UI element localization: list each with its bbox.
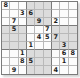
cell-r3c8[interactable]	[60, 18, 68, 26]
cell-r8c1[interactable]	[2, 58, 10, 66]
cell-r6c1[interactable]	[2, 42, 10, 50]
cell-r5c7[interactable]: 7	[52, 34, 60, 42]
cell-r3c7[interactable]: 2	[52, 18, 60, 26]
cell-r9c7[interactable]: 4	[52, 66, 60, 74]
cell-r4c3[interactable]	[19, 26, 27, 34]
cell-r2c5[interactable]	[35, 10, 43, 18]
cell-r3c3[interactable]	[19, 18, 27, 26]
cell-r3c1[interactable]	[2, 18, 10, 26]
cell-r6c2[interactable]	[10, 42, 18, 50]
cell-r4c7[interactable]	[52, 26, 60, 34]
cell-r2c9[interactable]	[69, 10, 77, 18]
cell-r9c9[interactable]	[69, 66, 77, 74]
cell-r2c3[interactable]: 3	[19, 10, 27, 18]
cell-r3c2[interactable]: 7	[10, 18, 18, 26]
cell-r7c5[interactable]	[35, 50, 43, 58]
cell-r5c4[interactable]	[27, 34, 35, 42]
cell-r9c5[interactable]	[35, 66, 43, 74]
cell-r2c2[interactable]	[10, 10, 18, 18]
cell-r2c8[interactable]	[60, 10, 68, 18]
cell-r7c9[interactable]: 8	[69, 50, 77, 58]
cell-r4c2[interactable]: 5	[10, 26, 18, 34]
cell-r6c6[interactable]	[44, 42, 52, 50]
cell-r2c7[interactable]	[52, 10, 60, 18]
cell-r4c8[interactable]	[60, 26, 68, 34]
page: 836792574571316885194	[0, 0, 80, 78]
cell-r7c1[interactable]	[2, 50, 10, 58]
cell-r9c1[interactable]	[2, 66, 10, 74]
sudoku-board: 836792574571316885194	[1, 1, 78, 75]
cell-r1c5[interactable]	[35, 2, 43, 10]
cell-r5c6[interactable]: 5	[44, 34, 52, 42]
cell-r3c9[interactable]	[69, 18, 77, 26]
cell-r6c7[interactable]	[52, 42, 60, 50]
cell-r6c8[interactable]: 3	[60, 42, 68, 50]
cell-r8c3[interactable]: 8	[19, 58, 27, 66]
cell-r7c8[interactable]: 6	[60, 50, 68, 58]
cell-r7c7[interactable]	[52, 50, 60, 58]
cell-r9c2[interactable]: 9	[10, 66, 18, 74]
cell-r1c8[interactable]	[60, 2, 68, 10]
cell-r8c2[interactable]	[10, 58, 18, 66]
cell-r7c4[interactable]	[27, 50, 35, 58]
cell-r1c6[interactable]	[44, 2, 52, 10]
cell-r1c3[interactable]	[19, 2, 27, 10]
cell-r9c3[interactable]	[19, 66, 27, 74]
cell-r1c7[interactable]	[52, 2, 60, 10]
cell-r8c9[interactable]	[69, 58, 77, 66]
cell-r5c9[interactable]	[69, 34, 77, 42]
cell-r2c1[interactable]	[2, 10, 10, 18]
cell-r4c9[interactable]	[69, 26, 77, 34]
cell-r5c1[interactable]	[2, 34, 10, 42]
cell-r8c7[interactable]	[52, 58, 60, 66]
cell-r9c8[interactable]	[60, 66, 68, 74]
cell-r8c8[interactable]: 1	[60, 58, 68, 66]
cell-r5c2[interactable]	[10, 34, 18, 42]
cell-r4c5[interactable]	[35, 26, 43, 34]
cell-r3c5[interactable]: 9	[35, 18, 43, 26]
cell-r4c4[interactable]	[27, 26, 35, 34]
cell-r1c2[interactable]	[10, 2, 18, 10]
cell-r9c4[interactable]	[27, 66, 35, 74]
cell-r5c8[interactable]	[60, 34, 68, 42]
cell-r3c6[interactable]	[44, 18, 52, 26]
cell-r6c9[interactable]	[69, 42, 77, 50]
cell-r6c5[interactable]	[35, 42, 43, 50]
cell-r8c4[interactable]: 5	[27, 58, 35, 66]
cell-r1c9[interactable]	[69, 2, 77, 10]
cell-r5c5[interactable]: 4	[35, 34, 43, 42]
cell-r2c4[interactable]: 6	[27, 10, 35, 18]
cell-r1c4[interactable]	[27, 2, 35, 10]
cell-r2c6[interactable]	[44, 10, 52, 18]
cell-r7c3[interactable]: 1	[19, 50, 27, 58]
cell-r8c6[interactable]	[44, 58, 52, 66]
cell-r4c6[interactable]: 7	[44, 26, 52, 34]
cell-r5c3[interactable]	[19, 34, 27, 42]
cell-r9c6[interactable]	[44, 66, 52, 74]
cell-r6c4[interactable]: 1	[27, 42, 35, 50]
cell-r6c3[interactable]	[19, 42, 27, 50]
cell-r7c2[interactable]	[10, 50, 18, 58]
cell-r7c6[interactable]	[44, 50, 52, 58]
cell-r1c1[interactable]: 8	[2, 2, 10, 10]
cell-r4c1[interactable]	[2, 26, 10, 34]
cell-r3c4[interactable]	[27, 18, 35, 26]
cell-r8c5[interactable]	[35, 58, 43, 66]
